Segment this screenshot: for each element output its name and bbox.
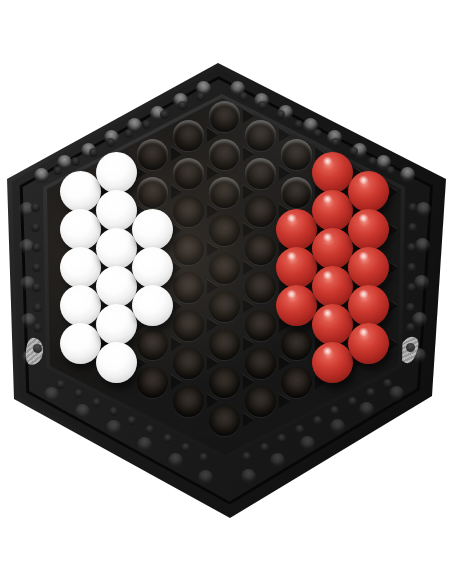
white-marble[interactable] [96, 266, 137, 307]
field-edge-bump [331, 138, 340, 147]
field-edge-bump [199, 453, 208, 462]
gutter-pocket [137, 437, 152, 452]
gutter-pocket [270, 453, 285, 468]
red-marble[interactable] [276, 209, 317, 250]
red-marble[interactable] [348, 285, 389, 326]
white-marble[interactable] [60, 323, 101, 364]
board-cell[interactable] [137, 329, 168, 360]
gutter-pocket [34, 168, 49, 183]
field-edge-bump [32, 243, 41, 252]
field-edge-bump [408, 203, 417, 212]
board-cell[interactable] [137, 139, 168, 170]
field-edge-bump [74, 389, 83, 398]
white-marble[interactable] [60, 171, 101, 212]
white-marble[interactable] [96, 190, 137, 231]
field-edge-bump [56, 380, 65, 389]
white-marble[interactable] [132, 209, 173, 250]
red-marble[interactable] [276, 247, 317, 288]
field-edge-bump [313, 129, 322, 138]
board-cell[interactable] [209, 177, 240, 208]
board-cell[interactable] [173, 158, 204, 189]
abalone-board [0, 0, 452, 584]
red-marble[interactable] [348, 247, 389, 288]
field-edge-bump [313, 416, 322, 425]
white-marble[interactable] [96, 152, 137, 193]
red-marble[interactable] [348, 323, 389, 364]
board-cell[interactable] [173, 234, 204, 265]
field-edge-bump [31, 223, 40, 232]
board-cell[interactable] [245, 234, 276, 265]
field-edge-bump [196, 92, 205, 101]
board-cell[interactable] [209, 291, 240, 322]
field-edge-bump [33, 344, 42, 353]
field-edge-bump [92, 398, 101, 407]
gutter-pocket [241, 469, 256, 484]
product-photo [0, 0, 452, 584]
board-cell[interactable] [245, 272, 276, 303]
board-cell[interactable] [173, 196, 204, 227]
field-edge-bump [258, 101, 267, 110]
white-marble[interactable] [96, 342, 137, 383]
board-cell[interactable] [173, 120, 204, 151]
board-cell[interactable] [173, 348, 204, 379]
red-marble[interactable] [312, 342, 353, 383]
board-cell[interactable] [173, 272, 204, 303]
field-edge-bump [295, 425, 304, 434]
board-cell[interactable] [209, 139, 240, 170]
board-cell[interactable] [173, 310, 204, 341]
field-edge-bump [260, 443, 269, 452]
white-marble[interactable] [132, 247, 173, 288]
gutter-pocket [389, 386, 404, 401]
board-cell[interactable] [281, 367, 312, 398]
gutter-pocket [330, 419, 345, 434]
field-edge-bump [294, 120, 303, 129]
red-marble[interactable] [312, 266, 353, 307]
field-edge-bump [366, 388, 375, 397]
field-edge-bump [407, 263, 416, 272]
board-cell[interactable] [281, 177, 312, 208]
gutter-pocket [75, 404, 90, 419]
board-cell[interactable] [173, 386, 204, 417]
white-marble[interactable] [60, 247, 101, 288]
field-edge-bump [368, 157, 377, 166]
white-marble[interactable] [96, 228, 137, 269]
board-cell[interactable] [209, 367, 240, 398]
white-marble[interactable] [60, 285, 101, 326]
gutter-pocket [300, 436, 315, 451]
field-edge-bump [33, 303, 42, 312]
board-cell[interactable] [137, 367, 168, 398]
field-edge-bump [31, 203, 40, 212]
field-edge-bump [178, 101, 187, 110]
field-edge-bump [406, 343, 415, 352]
board-cell[interactable] [245, 120, 276, 151]
board-cell[interactable] [245, 158, 276, 189]
field-edge-bump [407, 283, 416, 292]
field-edge-bump [53, 166, 62, 175]
red-marble[interactable] [348, 171, 389, 212]
red-marble[interactable] [276, 285, 317, 326]
board-cell[interactable] [281, 329, 312, 360]
red-marble[interactable] [312, 152, 353, 193]
board-cell[interactable] [209, 329, 240, 360]
board-cell[interactable] [281, 139, 312, 170]
red-marble[interactable] [312, 304, 353, 345]
red-marble[interactable] [348, 209, 389, 250]
board-cell[interactable] [245, 196, 276, 227]
field-edge-bump [89, 148, 98, 157]
red-marble[interactable] [312, 228, 353, 269]
board-cell[interactable] [137, 177, 168, 208]
white-marble[interactable] [132, 285, 173, 326]
field-edge-bump [386, 166, 395, 175]
board-cell[interactable] [209, 405, 240, 436]
field-edge-bump [71, 157, 80, 166]
gutter-pocket [198, 470, 213, 485]
board-cell[interactable] [245, 310, 276, 341]
field-edge-bump [32, 263, 41, 272]
field-edge-bump [142, 120, 151, 129]
field-edge-bump [408, 223, 417, 232]
white-marble[interactable] [60, 209, 101, 250]
board-cell[interactable] [245, 386, 276, 417]
white-marble[interactable] [96, 304, 137, 345]
board-cell[interactable] [209, 215, 240, 246]
gutter-pocket [168, 453, 183, 468]
red-marble[interactable] [312, 190, 353, 231]
board-cell[interactable] [209, 253, 240, 284]
field-edge-bump [406, 323, 415, 332]
board-cell[interactable] [209, 101, 240, 132]
board-cell[interactable] [245, 348, 276, 379]
